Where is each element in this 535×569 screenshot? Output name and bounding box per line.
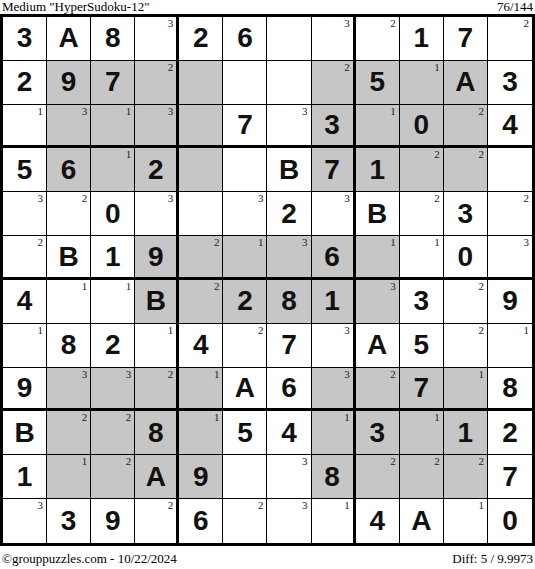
copyright-text: ©grouppuzzles.com - 10/22/2024	[2, 552, 177, 569]
cell-r1c6[interactable]: 6	[223, 17, 267, 61]
corner-mark: 2	[434, 149, 440, 160]
given-value: B	[279, 156, 299, 184]
corner-mark: 3	[168, 106, 174, 117]
cell-r11c9[interactable]: 2	[356, 455, 400, 499]
given-value: 2	[105, 331, 121, 359]
corner-mark: 2	[434, 456, 440, 467]
given-value: 1	[324, 287, 340, 315]
cell-r2c12[interactable]: 3	[488, 61, 532, 105]
cell-r7c5[interactable]: 2	[179, 280, 223, 324]
given-value: 2	[193, 24, 209, 52]
cell-r2c10[interactable]: 1	[400, 61, 444, 105]
given-value: 3	[413, 287, 429, 315]
given-value: 3	[502, 68, 518, 96]
cell-r4c12[interactable]	[488, 148, 532, 192]
cell-r11c1[interactable]: 1	[3, 455, 47, 499]
corner-mark: 3	[344, 193, 350, 204]
cell-r1c3[interactable]: 8	[91, 17, 135, 61]
difficulty-text: Diff: 5 / 9.9973	[452, 552, 533, 569]
cell-r9c5[interactable]: 1	[179, 368, 223, 412]
cell-r6c1[interactable]: 2	[3, 236, 47, 280]
corner-mark: 2	[390, 456, 396, 467]
given-value: 3	[17, 24, 33, 52]
cell-r9c2[interactable]: 3	[47, 368, 91, 412]
given-value: B	[59, 243, 79, 271]
cell-r12c4[interactable]: 2	[135, 499, 179, 543]
cell-r9c11[interactable]: 1	[444, 368, 488, 412]
corner-mark: 3	[82, 369, 88, 380]
given-value: B	[367, 200, 387, 228]
given-value: 7	[105, 68, 121, 96]
cell-r1c4[interactable]: 3	[135, 17, 179, 61]
corner-mark: 1	[82, 281, 88, 292]
header: Medium "HyperSudoku-12" 76/144	[0, 0, 535, 14]
cell-r5c6[interactable]: 3	[223, 192, 267, 236]
given-value: 5	[17, 156, 33, 184]
cell-r9c9[interactable]: 2	[356, 368, 400, 412]
cell-r11c7[interactable]: 3	[267, 455, 311, 499]
cell-r8c8[interactable]: 3	[312, 324, 356, 368]
corner-mark: 1	[168, 325, 174, 336]
given-value: 6	[324, 243, 340, 271]
cell-r4c8[interactable]: 7	[312, 148, 356, 192]
cell-r3c5[interactable]	[179, 105, 223, 149]
cell-r7c1[interactable]: 4	[3, 280, 47, 324]
cell-r9c3[interactable]: 3	[91, 368, 135, 412]
corner-mark: 1	[434, 412, 440, 423]
cell-r12c3[interactable]: 9	[91, 499, 135, 543]
corner-mark: 1	[434, 237, 440, 248]
givens-counter: 76/144	[497, 0, 533, 13]
cell-r10c6[interactable]: 5	[223, 411, 267, 455]
cell-r7c3[interactable]: 1	[91, 280, 135, 324]
corner-mark: 2	[523, 18, 529, 29]
given-value: 9	[17, 374, 33, 402]
cell-r4c5[interactable]	[179, 148, 223, 192]
cell-r10c7[interactable]: 4	[267, 411, 311, 455]
corner-mark: 1	[390, 106, 396, 117]
given-value: 7	[237, 111, 253, 139]
cell-r5c9[interactable]: B	[356, 192, 400, 236]
corner-mark: 2	[214, 237, 220, 248]
corner-mark: 1	[478, 369, 484, 380]
cell-r7c12[interactable]: 9	[488, 280, 532, 324]
cell-r8c11[interactable]: 2	[444, 324, 488, 368]
cell-r1c9[interactable]: 2	[356, 17, 400, 61]
puzzle-page: Medium "HyperSudoku-12" 76/144 3A8326321…	[0, 0, 535, 569]
corner-mark: 2	[126, 412, 132, 423]
given-value: 5	[369, 68, 385, 96]
cell-r7c6[interactable]: 2	[223, 280, 267, 324]
cell-r2c9[interactable]: 5	[356, 61, 400, 105]
cell-r9c6[interactable]: A	[223, 368, 267, 412]
cell-r9c7[interactable]: 6	[267, 368, 311, 412]
cell-r8c12[interactable]: 1	[488, 324, 532, 368]
cell-r6c8[interactable]: 6	[312, 236, 356, 280]
given-value: 9	[61, 68, 77, 96]
corner-mark: 1	[523, 325, 529, 336]
cell-r11c10[interactable]: 2	[400, 455, 444, 499]
given-value: 4	[17, 287, 33, 315]
given-value: 9	[502, 287, 518, 315]
given-value: 5	[413, 331, 429, 359]
cell-r8c10[interactable]: 5	[400, 324, 444, 368]
given-value: 8	[105, 24, 121, 52]
cell-r11c11[interactable]: 2	[444, 455, 488, 499]
cell-r3c8[interactable]: 3	[312, 105, 356, 149]
given-value: 4	[193, 331, 209, 359]
cell-r5c8[interactable]: 3	[312, 192, 356, 236]
given-value: 0	[502, 507, 518, 535]
corner-mark: 2	[434, 193, 440, 204]
corner-mark: 3	[82, 106, 88, 117]
cell-r2c2[interactable]: 9	[47, 61, 91, 105]
corner-mark: 2	[478, 456, 484, 467]
cell-r3c11[interactable]: 2	[444, 105, 488, 149]
cell-r8c9[interactable]: A	[356, 324, 400, 368]
cell-r8c5[interactable]: 4	[179, 324, 223, 368]
given-value: A	[455, 68, 475, 96]
corner-mark: 2	[38, 237, 44, 248]
corner-mark: 2	[478, 325, 484, 336]
cell-r5c5[interactable]	[179, 192, 223, 236]
cell-r7c7[interactable]: 8	[267, 280, 311, 324]
given-value: 8	[281, 287, 297, 315]
given-value: 1	[413, 24, 429, 52]
cell-r3c1[interactable]: 1	[3, 105, 47, 149]
given-value: 6	[193, 507, 209, 535]
corner-mark: 1	[38, 106, 44, 117]
cell-r5c11[interactable]: 3	[444, 192, 488, 236]
corner-mark: 2	[82, 412, 88, 423]
cell-r8c2[interactable]: 8	[47, 324, 91, 368]
cell-r1c12[interactable]: 2	[488, 17, 532, 61]
corner-mark: 3	[302, 456, 308, 467]
corner-mark: 1	[478, 500, 484, 511]
cell-r6c2[interactable]: B	[47, 236, 91, 280]
cell-r10c4[interactable]: 8	[135, 411, 179, 455]
cell-r12c9[interactable]: 4	[356, 499, 400, 543]
given-value: 1	[17, 463, 33, 491]
corner-mark: 3	[168, 193, 174, 204]
cell-r4c7[interactable]: B	[267, 148, 311, 192]
given-value: 4	[502, 111, 518, 139]
corner-mark: 2	[168, 500, 174, 511]
cell-r6c3[interactable]: 1	[91, 236, 135, 280]
cell-r3c4[interactable]: 3	[135, 105, 179, 149]
cell-r10c10[interactable]: 1	[400, 411, 444, 455]
cell-r1c2[interactable]: A	[47, 17, 91, 61]
cell-r11c4[interactable]: A	[135, 455, 179, 499]
corner-mark: 3	[302, 106, 308, 117]
given-value: 9	[148, 243, 164, 271]
cell-r12c2[interactable]: 3	[47, 499, 91, 543]
given-value: A	[59, 24, 79, 52]
cell-r3c10[interactable]: 0	[400, 105, 444, 149]
cell-r4c9[interactable]: 1	[356, 148, 400, 192]
corner-mark: 3	[168, 18, 174, 29]
corner-mark: 2	[478, 106, 484, 117]
cell-r10c8[interactable]: 1	[312, 411, 356, 455]
corner-mark: 3	[258, 193, 264, 204]
cell-r5c12[interactable]: 2	[488, 192, 532, 236]
cell-r4c6[interactable]	[223, 148, 267, 192]
cell-r12c10[interactable]: A	[400, 499, 444, 543]
cell-r2c7[interactable]	[267, 61, 311, 105]
cell-r7c8[interactable]: 1	[312, 280, 356, 324]
corner-mark: 2	[523, 193, 529, 204]
given-value: 6	[61, 156, 77, 184]
given-value: 6	[237, 24, 253, 52]
cell-r5c7[interactable]: 2	[267, 192, 311, 236]
corner-mark: 1	[344, 500, 350, 511]
given-value: 7	[324, 156, 340, 184]
cell-r6c12[interactable]: 3	[488, 236, 532, 280]
cell-r3c12[interactable]: 4	[488, 105, 532, 149]
given-value: B	[146, 287, 166, 315]
corner-mark: 3	[126, 369, 132, 380]
cell-r3c7[interactable]: 3	[267, 105, 311, 149]
corner-mark: 3	[38, 500, 44, 511]
corner-mark: 3	[344, 18, 350, 29]
cell-r9c12[interactable]: 8	[488, 368, 532, 412]
cell-r1c10[interactable]: 1	[400, 17, 444, 61]
cell-r12c12[interactable]: 0	[488, 499, 532, 543]
cell-r6c4[interactable]: 9	[135, 236, 179, 280]
cell-r5c1[interactable]: 3	[3, 192, 47, 236]
given-value: A	[146, 463, 166, 491]
corner-mark: 1	[214, 412, 220, 423]
given-value: 6	[281, 374, 297, 402]
cell-r4c2[interactable]: 6	[47, 148, 91, 192]
cell-r8c4[interactable]: 1	[135, 324, 179, 368]
corner-mark: 2	[478, 149, 484, 160]
corner-mark: 2	[258, 500, 264, 511]
corner-mark: 1	[344, 412, 350, 423]
given-value: 2	[281, 200, 297, 228]
cell-r10c9[interactable]: 3	[356, 411, 400, 455]
corner-mark: 2	[344, 62, 350, 73]
cell-r1c5[interactable]: 2	[179, 17, 223, 61]
given-value: 1	[369, 156, 385, 184]
given-value: 8	[324, 463, 340, 491]
given-value: 4	[369, 507, 385, 535]
cell-r4c10[interactable]: 2	[400, 148, 444, 192]
cell-r2c1[interactable]: 2	[3, 61, 47, 105]
given-value: 2	[148, 156, 164, 184]
cell-r1c1[interactable]: 3	[3, 17, 47, 61]
corner-mark: 3	[523, 237, 529, 248]
corner-mark: 2	[126, 456, 132, 467]
cell-r6c7[interactable]: 3	[267, 236, 311, 280]
cell-r4c3[interactable]: 1	[91, 148, 135, 192]
corner-mark: 2	[258, 325, 264, 336]
given-value: 8	[61, 331, 77, 359]
cell-r3c6[interactable]: 7	[223, 105, 267, 149]
corner-mark: 3	[38, 193, 44, 204]
given-value: 1	[105, 243, 121, 271]
corner-mark: 2	[214, 281, 220, 292]
cell-r2c5[interactable]	[179, 61, 223, 105]
corner-mark: 3	[302, 500, 308, 511]
given-value: 3	[61, 507, 77, 535]
cell-r8c1[interactable]: 1	[3, 324, 47, 368]
given-value: 0	[105, 200, 121, 228]
cell-r10c12[interactable]: 2	[488, 411, 532, 455]
cell-r11c6[interactable]	[223, 455, 267, 499]
cell-r6c10[interactable]: 1	[400, 236, 444, 280]
cell-r10c2[interactable]: 2	[47, 411, 91, 455]
cell-r10c5[interactable]: 1	[179, 411, 223, 455]
corner-mark: 2	[82, 193, 88, 204]
cell-r3c9[interactable]: 1	[356, 105, 400, 149]
cell-r2c3[interactable]: 7	[91, 61, 135, 105]
given-value: 1	[458, 419, 474, 447]
cell-r10c1[interactable]: B	[3, 411, 47, 455]
given-value: 8	[502, 374, 518, 402]
cell-r4c4[interactable]: 2	[135, 148, 179, 192]
cell-r8c7[interactable]: 7	[267, 324, 311, 368]
cell-r12c8[interactable]: 1	[312, 499, 356, 543]
cell-r4c11[interactable]: 2	[444, 148, 488, 192]
given-value: 9	[105, 507, 121, 535]
cell-r9c10[interactable]: 7	[400, 368, 444, 412]
cell-r5c10[interactable]: 2	[400, 192, 444, 236]
footer: ©grouppuzzles.com - 10/22/2024 Diff: 5 /…	[0, 546, 535, 569]
cell-r11c8[interactable]: 8	[312, 455, 356, 499]
cell-r10c3[interactable]: 2	[91, 411, 135, 455]
cell-r6c11[interactable]: 0	[444, 236, 488, 280]
corner-mark: 1	[126, 281, 132, 292]
corner-mark: 3	[390, 281, 396, 292]
cell-r6c6[interactable]: 1	[223, 236, 267, 280]
corner-mark: 1	[126, 149, 132, 160]
cell-r11c12[interactable]: 7	[488, 455, 532, 499]
given-value: 7	[458, 24, 474, 52]
given-value: B	[14, 419, 34, 447]
cell-r11c2[interactable]: 1	[47, 455, 91, 499]
corner-mark: 1	[126, 106, 132, 117]
cell-r9c8[interactable]: 3	[312, 368, 356, 412]
given-value: A	[235, 374, 255, 402]
given-value: 0	[458, 243, 474, 271]
cell-r7c4[interactable]: B	[135, 280, 179, 324]
cell-r7c9[interactable]: 3	[356, 280, 400, 324]
corner-mark: 1	[390, 237, 396, 248]
given-value: 9	[193, 463, 209, 491]
corner-mark: 2	[168, 62, 174, 73]
cell-r5c4[interactable]: 3	[135, 192, 179, 236]
sudoku-grid: 3A8326321722972251A3131373310245612B7122…	[0, 14, 535, 546]
corner-mark: 2	[390, 18, 396, 29]
given-value: 5	[237, 419, 253, 447]
given-value: 2	[502, 419, 518, 447]
cell-r2c6[interactable]	[223, 61, 267, 105]
cell-r2c11[interactable]: A	[444, 61, 488, 105]
puzzle-title: Medium "HyperSudoku-12"	[2, 0, 149, 13]
corner-mark: 2	[168, 369, 174, 380]
corner-mark: 1	[258, 237, 264, 248]
given-value: 7	[413, 374, 429, 402]
cell-r5c3[interactable]: 0	[91, 192, 135, 236]
cell-r2c8[interactable]: 2	[312, 61, 356, 105]
given-value: A	[367, 331, 387, 359]
cell-r12c6[interactable]: 2	[223, 499, 267, 543]
cell-r6c9[interactable]: 1	[356, 236, 400, 280]
cell-r8c3[interactable]: 2	[91, 324, 135, 368]
given-value: 2	[237, 287, 253, 315]
corner-mark: 2	[390, 369, 396, 380]
corner-mark: 1	[38, 325, 44, 336]
given-value: 4	[281, 419, 297, 447]
given-value: 3	[458, 200, 474, 228]
cell-r2c4[interactable]: 2	[135, 61, 179, 105]
cell-r7c2[interactable]: 1	[47, 280, 91, 324]
given-value: 0	[413, 111, 429, 139]
cell-r7c11[interactable]: 2	[444, 280, 488, 324]
cell-r12c11[interactable]: 1	[444, 499, 488, 543]
given-value: 7	[281, 331, 297, 359]
cell-r5c2[interactable]: 2	[47, 192, 91, 236]
cell-r12c7[interactable]: 3	[267, 499, 311, 543]
cell-r1c11[interactable]: 7	[444, 17, 488, 61]
given-value: 3	[324, 111, 340, 139]
given-value: 7	[502, 463, 518, 491]
corner-mark: 1	[214, 369, 220, 380]
cell-r10c11[interactable]: 1	[444, 411, 488, 455]
given-value: 2	[17, 68, 33, 96]
cell-r7c10[interactable]: 3	[400, 280, 444, 324]
cell-r11c3[interactable]: 2	[91, 455, 135, 499]
corner-mark: 2	[478, 281, 484, 292]
cell-r1c7[interactable]	[267, 17, 311, 61]
given-value: 3	[369, 419, 385, 447]
given-value: 8	[148, 419, 164, 447]
corner-mark: 1	[82, 456, 88, 467]
cell-r1c8[interactable]: 3	[312, 17, 356, 61]
corner-mark: 1	[434, 62, 440, 73]
cell-r6c5[interactable]: 2	[179, 236, 223, 280]
cell-r4c1[interactable]: 5	[3, 148, 47, 192]
corner-mark: 3	[344, 369, 350, 380]
corner-mark: 3	[344, 325, 350, 336]
cell-r9c1[interactable]: 9	[3, 368, 47, 412]
cell-r3c2[interactable]: 3	[47, 105, 91, 149]
cell-r8c6[interactable]: 2	[223, 324, 267, 368]
given-value: A	[411, 507, 431, 535]
cell-r12c1[interactable]: 3	[3, 499, 47, 543]
cell-r12c5[interactable]: 6	[179, 499, 223, 543]
cell-r9c4[interactable]: 2	[135, 368, 179, 412]
corner-mark: 3	[302, 237, 308, 248]
cell-r11c5[interactable]: 9	[179, 455, 223, 499]
cell-r3c3[interactable]: 1	[91, 105, 135, 149]
